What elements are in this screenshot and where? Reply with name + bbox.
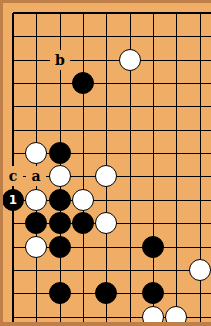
stone-white [25,236,47,258]
grid-line-horizontal [13,36,211,37]
go-board-diagram: bca1 [0,0,211,326]
stone-black [25,212,47,234]
grid-line-horizontal [13,270,211,271]
stone-black [49,142,71,164]
stone-white [25,189,47,211]
grid-line-vertical [153,13,154,322]
stone-black [49,236,71,258]
grid-line-horizontal [13,106,211,107]
board-frame-left [0,0,3,326]
grid-line-horizontal [13,130,211,131]
stone-black [72,212,94,234]
point-label-c: c [3,166,23,186]
grid-line-horizontal [13,83,211,84]
board-frame-bottom [0,322,211,326]
stone-black [142,236,164,258]
point-label-a: a [26,166,46,186]
point-label-b: b [50,50,70,70]
stone-black [49,282,71,304]
grid-line-vertical [176,13,177,322]
stone-white [49,165,71,187]
stone-white [189,259,211,281]
grid-line-horizontal [13,12,211,14]
stone-black [49,189,71,211]
stone-black [72,72,94,94]
grid-line-vertical [83,13,84,322]
stone-white [72,189,94,211]
stone-black [142,282,164,304]
stone-black [95,282,117,304]
grid-line-horizontal [13,60,211,61]
stone-white [119,49,141,71]
stone-black-numbered-1: 1 [2,189,24,211]
stone-white [25,142,47,164]
stone-black [49,212,71,234]
board-frame-top [0,0,211,3]
stone-white [95,212,117,234]
stone-white [95,165,117,187]
